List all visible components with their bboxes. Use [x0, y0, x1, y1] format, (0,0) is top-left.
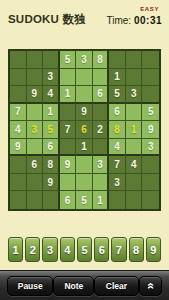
cell-r9c2[interactable] — [27, 191, 44, 209]
cell-r6c1[interactable]: 9 — [10, 139, 27, 157]
cell-r7c8[interactable]: 4 — [126, 156, 143, 174]
cell-r9c1[interactable] — [10, 191, 27, 209]
given-digit: 9 — [32, 88, 38, 99]
cell-r8c4[interactable] — [60, 174, 77, 192]
numpad-key-6[interactable]: 6 — [94, 237, 109, 262]
cell-r5c1[interactable]: 4 — [10, 121, 27, 139]
cell-r6c6[interactable] — [93, 139, 110, 157]
given-digit: 5 — [114, 88, 120, 99]
numpad-key-3[interactable]: 3 — [42, 237, 57, 262]
cell-r9c7[interactable] — [109, 191, 126, 209]
cell-r3c4[interactable]: 1 — [60, 86, 77, 104]
given-digit: 5 — [148, 106, 154, 117]
given-digit: 9 — [81, 106, 87, 117]
cell-r2c9[interactable] — [142, 69, 159, 87]
given-digit: 6 — [32, 159, 38, 170]
cell-r4c5[interactable]: 9 — [76, 104, 93, 122]
given-digit: 5 — [65, 54, 71, 65]
user-digit: 3 — [32, 124, 38, 135]
user-digit: 8 — [114, 124, 120, 135]
cell-r9c3[interactable] — [43, 191, 60, 209]
cell-r3c5[interactable] — [76, 86, 93, 104]
cell-r8c7[interactable]: 3 — [109, 174, 126, 192]
numpad-key-2[interactable]: 2 — [25, 237, 40, 262]
given-digit: 4 — [114, 141, 120, 152]
cell-r6c2[interactable] — [27, 139, 44, 157]
given-digit: 9 — [65, 159, 71, 170]
given-digit: 6 — [114, 106, 120, 117]
cell-r7c6[interactable]: 3 — [93, 156, 110, 174]
given-digit: 2 — [97, 124, 103, 135]
numpad-key-8[interactable]: 8 — [129, 237, 144, 262]
numpad-key-4[interactable]: 4 — [60, 237, 75, 262]
given-digit: 4 — [131, 159, 137, 170]
given-digit: 8 — [48, 159, 54, 170]
given-digit: 6 — [48, 141, 54, 152]
sudoku-board: 5383194165371965435762819961436893749365… — [8, 49, 161, 211]
cell-r7c3[interactable]: 8 — [43, 156, 60, 174]
cell-r2c5[interactable] — [76, 69, 93, 87]
timer-value: 00:31 — [134, 15, 162, 26]
cell-r5c9[interactable]: 9 — [142, 121, 159, 139]
given-digit: 9 — [15, 141, 21, 152]
cell-r6c8[interactable] — [126, 139, 143, 157]
cell-r4c9[interactable]: 5 — [142, 104, 159, 122]
given-digit: 9 — [48, 177, 54, 188]
cell-r3c8[interactable]: 3 — [126, 86, 143, 104]
numpad-key-5[interactable]: 5 — [77, 237, 92, 262]
cell-r7c5[interactable] — [76, 156, 93, 174]
cell-r5c3[interactable]: 5 — [43, 121, 60, 139]
cell-r4c2[interactable] — [27, 104, 44, 122]
cell-r2c3[interactable]: 3 — [43, 69, 60, 87]
given-digit: 3 — [48, 71, 54, 82]
given-digit: 1 — [81, 141, 87, 152]
cell-r4c8[interactable] — [126, 104, 143, 122]
cell-r4c4[interactable] — [60, 104, 77, 122]
cell-r5c8[interactable]: 1 — [126, 121, 143, 139]
cell-r1c9[interactable] — [142, 51, 159, 69]
cell-r8c6[interactable] — [93, 174, 110, 192]
given-digit: 3 — [81, 54, 87, 65]
cell-r9c9[interactable] — [142, 191, 159, 209]
cell-r3c7[interactable]: 5 — [109, 86, 126, 104]
cell-r7c1[interactable] — [10, 156, 27, 174]
cell-r5c2[interactable]: 3 — [27, 121, 44, 139]
cell-r1c6[interactable]: 8 — [93, 51, 110, 69]
bottom-toolbar: Pause Note Clear » — [0, 270, 169, 300]
app-title: SUDOKU 数独 — [8, 12, 86, 27]
numpad-key-9[interactable]: 9 — [146, 237, 161, 262]
app-title-latin: SUDOKU — [8, 13, 59, 25]
given-digit: 1 — [114, 71, 120, 82]
cell-r9c6[interactable]: 1 — [93, 191, 110, 209]
cell-r5c4[interactable]: 7 — [60, 121, 77, 139]
cell-r6c4[interactable] — [60, 139, 77, 157]
cell-r1c4[interactable]: 5 — [60, 51, 77, 69]
cell-r7c2[interactable]: 6 — [27, 156, 44, 174]
given-digit: 3 — [148, 141, 154, 152]
cell-r3c2[interactable]: 9 — [27, 86, 44, 104]
numpad-key-1[interactable]: 1 — [8, 237, 23, 262]
numpad-key-7[interactable]: 7 — [111, 237, 126, 262]
given-digit: 6 — [97, 88, 103, 99]
cell-r5c6[interactable]: 2 — [93, 121, 110, 139]
collapse-button[interactable]: » — [139, 276, 162, 296]
given-digit: 7 — [15, 106, 21, 117]
cell-r5c5[interactable]: 6 — [76, 121, 93, 139]
cell-r4c6[interactable] — [93, 104, 110, 122]
given-digit: 3 — [114, 177, 120, 188]
cell-r4c3[interactable]: 1 — [43, 104, 60, 122]
cell-r2c7[interactable]: 1 — [109, 69, 126, 87]
cell-r8c9[interactable] — [142, 174, 159, 192]
timer: Time: 00:31 — [107, 15, 163, 26]
given-digit: 1 — [65, 88, 71, 99]
cell-r6c5[interactable]: 1 — [76, 139, 93, 157]
given-digit: 3 — [97, 159, 103, 170]
timer-label: Time: — [107, 15, 132, 26]
number-pad: 123456789 — [8, 237, 161, 262]
cell-r3c6[interactable]: 6 — [93, 86, 110, 104]
cell-r1c2[interactable] — [27, 51, 44, 69]
cell-r4c1[interactable]: 7 — [10, 104, 27, 122]
given-digit: 8 — [97, 54, 103, 65]
given-digit: 4 — [15, 124, 21, 135]
cell-r3c1[interactable] — [10, 86, 27, 104]
given-digit: 7 — [114, 159, 120, 170]
cell-r2c6[interactable] — [93, 69, 110, 87]
user-digit: 1 — [131, 124, 137, 135]
chevron-double-up-icon: » — [144, 282, 156, 289]
cell-r5c7[interactable]: 8 — [109, 121, 126, 139]
cell-r4c7[interactable]: 6 — [109, 104, 126, 122]
cell-r3c9[interactable] — [142, 86, 159, 104]
cell-r2c4[interactable] — [60, 69, 77, 87]
cell-r7c7[interactable]: 7 — [109, 156, 126, 174]
cell-r7c4[interactable]: 9 — [60, 156, 77, 174]
cell-r1c1[interactable] — [10, 51, 27, 69]
cell-r9c4[interactable]: 6 — [60, 191, 77, 209]
app-title-cjk: 数独 — [62, 13, 85, 25]
given-digit: 7 — [65, 124, 71, 135]
cell-r8c1[interactable] — [10, 174, 27, 192]
cell-r1c8[interactable] — [126, 51, 143, 69]
note-button[interactable]: Note — [53, 276, 94, 296]
difficulty-badge: EASY — [140, 6, 159, 12]
cell-r7c9[interactable] — [142, 156, 159, 174]
cell-r8c3[interactable]: 9 — [43, 174, 60, 192]
given-digit: 1 — [97, 195, 103, 206]
cell-r1c5[interactable]: 3 — [76, 51, 93, 69]
cell-r2c1[interactable] — [10, 69, 27, 87]
cell-r1c3[interactable] — [43, 51, 60, 69]
cell-r8c2[interactable] — [27, 174, 44, 192]
cell-r2c2[interactable] — [27, 69, 44, 87]
given-digit: 5 — [81, 195, 87, 206]
cell-r6c3[interactable]: 6 — [43, 139, 60, 157]
cell-r6c9[interactable]: 3 — [142, 139, 159, 157]
user-digit: 5 — [48, 124, 54, 135]
given-digit: 6 — [65, 195, 71, 206]
cell-r9c5[interactable]: 5 — [76, 191, 93, 209]
cell-r8c8[interactable] — [126, 174, 143, 192]
given-digit: 9 — [148, 124, 154, 135]
pause-button[interactable]: Pause — [7, 276, 53, 296]
given-digit: 1 — [48, 106, 54, 117]
user-digit: 6 — [81, 124, 87, 135]
cell-r2c8[interactable] — [126, 69, 143, 87]
cell-r1c7[interactable] — [109, 51, 126, 69]
cell-r6c7[interactable]: 4 — [109, 139, 126, 157]
cell-r3c3[interactable]: 4 — [43, 86, 60, 104]
cell-r8c5[interactable] — [76, 174, 93, 192]
clear-button[interactable]: Clear — [94, 276, 139, 296]
cell-r9c8[interactable] — [126, 191, 143, 209]
given-digit: 3 — [131, 88, 137, 99]
given-digit: 4 — [48, 88, 54, 99]
